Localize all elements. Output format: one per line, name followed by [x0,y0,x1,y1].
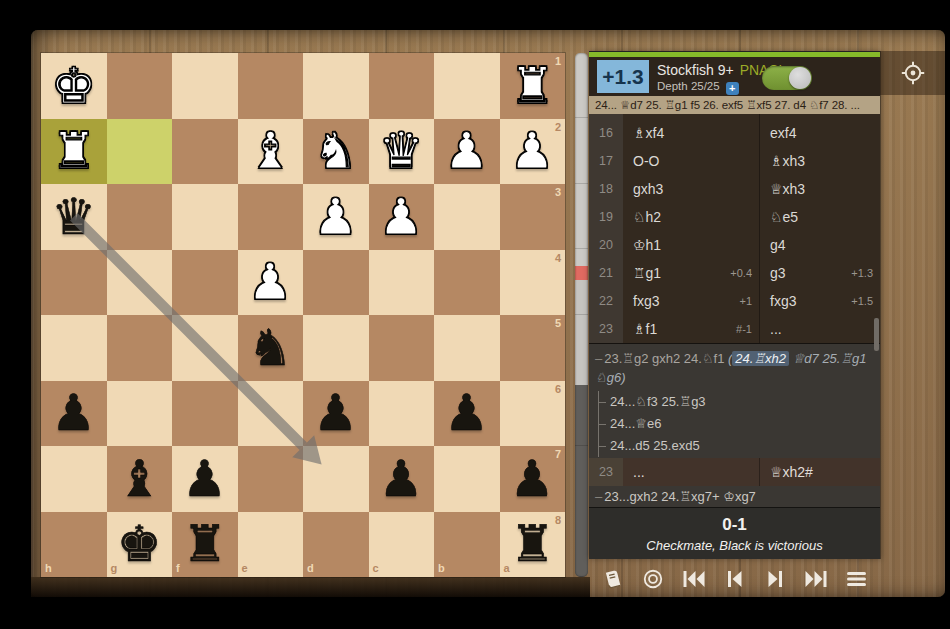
white-move[interactable]: ♗xf4 [623,119,760,147]
file-label-c: c [373,563,379,574]
tree-dash: – [595,351,602,366]
piece-black-pawn[interactable]: ♟ [379,454,424,504]
rank-label-3: 3 [555,187,561,198]
move-row: 16♗xf4exf4 [589,119,880,147]
piece-white-knight[interactable]: ♞ [313,126,358,176]
black-move-eval: +1.3 [851,267,880,279]
square-d6[interactable]: ♟ [303,381,369,447]
square-d8[interactable]: d [303,512,369,578]
file-label-f: f [176,563,180,574]
file-label-h: h [45,563,52,574]
piece-black-king[interactable]: ♚ [117,519,162,569]
square-a8[interactable]: ♜a8 [500,512,566,578]
white-move[interactable]: fxg3+1 [623,287,760,315]
square-d2[interactable]: ♞ [303,119,369,185]
game-result: 0-1 [722,515,747,535]
bottom-toolbar [589,562,880,596]
square-h8[interactable]: h [41,512,107,578]
square-b3[interactable] [434,184,500,250]
move-row: 22fxg3+1fxg3+1.5 [589,287,880,315]
toggle-knob[interactable] [789,67,811,89]
result-block: 0-1 Checkmate, Black is victorious [589,507,880,559]
square-b1[interactable] [434,53,500,119]
board-bottom-shadow [31,577,590,597]
square-f6[interactable] [172,381,238,447]
piece-black-pawn[interactable]: ♟ [510,454,555,504]
square-e3[interactable] [238,184,304,250]
skip-first-icon[interactable] [680,566,708,592]
square-a7[interactable]: ♟7 [500,446,566,512]
rank-label-6: 6 [555,384,561,395]
move-number: 23 [589,458,623,486]
paren-close: ) [621,370,625,385]
piece-white-queen[interactable]: ♛ [379,126,424,176]
square-c4[interactable] [369,250,435,316]
rank-label-2: 2 [555,122,561,133]
white-move-eval: +0.4 [730,267,759,279]
file-label-a: a [504,563,510,574]
black-move[interactable]: ♗xh3 [760,147,880,175]
square-a6[interactable]: 6 [500,381,566,447]
move-row: 18gxh3♕xh3 [589,175,880,203]
book-icon[interactable] [598,566,626,592]
white-move[interactable]: ♘h2 [623,203,760,231]
engine-toggle[interactable] [762,66,812,90]
square-b2[interactable]: ♟ [434,119,500,185]
square-c5[interactable] [369,315,435,381]
square-a2[interactable]: ♟2 [500,119,566,185]
piece-black-rook[interactable]: ♜ [510,519,555,569]
square-d5[interactable] [303,315,369,381]
piece-black-pawn[interactable]: ♟ [51,388,96,438]
square-b8[interactable]: b [434,512,500,578]
piece-black-pawn[interactable]: ♟ [182,454,227,504]
file-label-b: b [438,563,445,574]
black-move-eval: +1.5 [851,295,880,307]
move-number: 17 [589,147,623,175]
square-d7[interactable] [303,446,369,512]
app-window: ♚♜1♜♝♞♛♟♟2♛♟♟3♟4♞5♟♟♟6♝♟♟♟7h♚g♜fedcb♜a8 … [0,0,950,629]
eval-score: +1.3 [597,60,649,93]
principal-variation[interactable]: 24... ♕d7 25. ♖g1 f5 26. exf5 ♖xf5 27. d… [589,96,880,114]
square-a4[interactable]: 4 [500,250,566,316]
square-h4[interactable] [41,250,107,316]
square-e5[interactable]: ♞ [238,315,304,381]
square-f2[interactable] [172,119,238,185]
square-g4[interactable] [107,250,173,316]
square-c1[interactable] [369,53,435,119]
square-c3[interactable]: ♟ [369,184,435,250]
engine-header: +1.3 Stockfish 9+PNACL Depth 25/25+ [589,57,880,96]
menu-icon[interactable] [843,566,871,592]
engine-depth: Depth 25/25+ [657,80,739,95]
engine-depth-label: Depth 25/25 [657,80,720,92]
chess-board: ♚♜1♜♝♞♛♟♟2♛♟♟3♟4♞5♟♟♟6♝♟♟♟7h♚g♜fedcb♜a8 [41,53,565,577]
black-move[interactable]: ... [760,315,880,343]
square-e4[interactable]: ♟ [238,250,304,316]
square-f7[interactable]: ♟ [172,446,238,512]
current-move-highlight[interactable]: 24.♖xh2 [732,351,789,366]
square-b5[interactable] [434,315,500,381]
square-h3[interactable]: ♛ [41,184,107,250]
result-note: Checkmate, Black is victorious [646,538,822,553]
square-g3[interactable] [107,184,173,250]
square-a3[interactable]: 3 [500,184,566,250]
move-row: 23♗f1#-1... [589,315,880,343]
square-c8[interactable]: c [369,512,435,578]
rank-label-4: 4 [555,253,561,264]
square-g6[interactable] [107,381,173,447]
white-move[interactable]: O-O [623,147,760,175]
square-a1[interactable]: ♜1 [500,53,566,119]
square-b4[interactable] [434,250,500,316]
crosshair-icon[interactable] [900,60,926,86]
square-c2[interactable]: ♛ [369,119,435,185]
piece-white-bishop[interactable]: ♝ [248,126,293,176]
move-number: 22 [589,287,623,315]
move-list: 15♗h2♗f416♗xf4exf417O-O♗xh318gxh3♕xh319♘… [589,114,880,343]
square-f5[interactable] [172,315,238,381]
move-row: 17O-O♗xh3 [589,147,880,175]
piece-black-rook[interactable]: ♜ [182,519,227,569]
rank-label-7: 7 [555,449,561,460]
piece-black-queen[interactable]: ♛ [51,192,96,242]
sub-variation-line[interactable]: 24...d5 25.exd5 [599,435,874,457]
white-move-eval: #-1 [736,323,759,335]
square-d1[interactable] [303,53,369,119]
square-f3[interactable] [172,184,238,250]
piece-black-pawn[interactable]: ♟ [313,388,358,438]
rank-label-5: 5 [555,318,561,329]
step-back-icon[interactable] [720,566,748,592]
white-move[interactable]: gxh3 [623,175,760,203]
black-move[interactable]: fxg3+1.5 [760,287,880,315]
analysis-panel: +1.3 Stockfish 9+PNACL Depth 25/25+ 24..… [589,51,881,559]
variation-line[interactable]: –23.♖g2 gxh2 24.♘f1 (24.♖xh2 ♕d7 25.♖g1 … [595,349,874,387]
square-e8[interactable]: e [238,512,304,578]
black-move[interactable]: ♕xh3 [760,175,880,203]
focus-button-area[interactable] [880,51,945,95]
move-number: 18 [589,175,623,203]
move-number: 21 [589,259,623,287]
square-g8[interactable]: ♚g [107,512,173,578]
move-number: 20 [589,231,623,259]
black-move[interactable]: exf4 [760,119,880,147]
piece-white-rook[interactable]: ♜ [51,126,96,176]
square-e1[interactable] [238,53,304,119]
square-c6[interactable] [369,381,435,447]
variation-moves[interactable]: 23...gxh2 24.♖xg7+ ♔xg7 [604,489,756,504]
piece-white-king[interactable]: ♚ [51,61,96,111]
square-e7[interactable] [238,446,304,512]
file-label-g: g [111,563,118,574]
move-number: 23 [589,315,623,343]
piece-black-pawn[interactable]: ♟ [444,388,489,438]
eval-gauge [575,53,588,577]
file-label-d: d [307,563,314,574]
square-b6[interactable]: ♟ [434,381,500,447]
move-number: 19 [589,203,623,231]
interrupt-move-row[interactable]: 23 ... ♕xh2# [589,458,880,486]
square-g1[interactable] [107,53,173,119]
engine-name-label: Stockfish 9+ [657,62,734,78]
square-f1[interactable] [172,53,238,119]
variation-block: –23.♖g2 gxh2 24.♘f1 (24.♖xh2 ♕d7 25.♖g1 … [589,343,880,458]
white-move-eval: +1 [739,295,759,307]
target-icon[interactable] [639,566,667,592]
square-g2[interactable] [107,119,173,185]
square-h5[interactable] [41,315,107,381]
move-row: 19♘h2♘e5 [589,203,880,231]
square-b7[interactable] [434,446,500,512]
add-threads-icon[interactable]: + [726,82,739,95]
square-h7[interactable] [41,446,107,512]
square-e6[interactable] [238,381,304,447]
sub-variation-line[interactable]: 24...♘f3 25.♖g3 [599,391,874,413]
piece-white-rook[interactable]: ♜ [510,61,555,111]
chess-board-grid: ♚♜1♜♝♞♛♟♟2♛♟♟3♟4♞5♟♟♟6♝♟♟♟7h♚g♜fedcb♜a8 [41,53,565,577]
square-e2[interactable]: ♝ [238,119,304,185]
post-variation-line[interactable]: –23...gxh2 24.♖xg7+ ♔xg7 [589,486,880,507]
square-h1[interactable]: ♚ [41,53,107,119]
piece-white-pawn[interactable]: ♟ [248,257,293,307]
square-c7[interactable]: ♟ [369,446,435,512]
move-list-scrollbar[interactable] [874,318,879,351]
square-d4[interactable] [303,250,369,316]
piece-white-pawn[interactable]: ♟ [444,126,489,176]
square-h2[interactable]: ♜ [41,119,107,185]
piece-black-knight[interactable]: ♞ [248,323,293,373]
square-g7[interactable]: ♝ [107,446,173,512]
piece-black-bishop[interactable]: ♝ [117,454,162,504]
step-forward-icon[interactable] [761,566,789,592]
rank-label-8: 8 [555,515,561,526]
piece-white-pawn[interactable]: ♟ [510,126,555,176]
square-h6[interactable]: ♟ [41,381,107,447]
move-number: 16 [589,119,623,147]
white-move[interactable]: ♖g1+0.4 [623,259,760,287]
black-move[interactable]: g4 [760,231,880,259]
square-d3[interactable]: ♟ [303,184,369,250]
variation-moves[interactable]: 23.♖g2 gxh2 24.♘f1 [604,351,728,366]
square-a5[interactable]: 5 [500,315,566,381]
sub-variation-line[interactable]: 24...♕e6 [599,413,874,435]
square-f8[interactable]: ♜f [172,512,238,578]
black-move[interactable]: ♕xh2# [760,458,880,486]
file-label-e: e [242,563,248,574]
tree-dash: – [595,489,602,504]
piece-white-pawn[interactable]: ♟ [313,192,358,242]
square-f4[interactable] [172,250,238,316]
white-move[interactable]: ♔h1 [623,231,760,259]
black-move[interactable]: ♘e5 [760,203,880,231]
square-g5[interactable] [107,315,173,381]
white-move[interactable]: ♗f1#-1 [623,315,760,343]
move-row: 21♖g1+0.4g3+1.3 [589,259,880,287]
black-move[interactable]: g3+1.3 [760,259,880,287]
white-move[interactable]: ... [623,458,760,486]
piece-white-pawn[interactable]: ♟ [379,192,424,242]
sub-variations: 24...♘f3 25.♖g324...♕e624...d5 25.exd5 [598,391,874,457]
skip-last-icon[interactable] [802,566,830,592]
rank-label-1: 1 [555,56,561,67]
move-row: 20♔h1g4 [589,231,880,259]
